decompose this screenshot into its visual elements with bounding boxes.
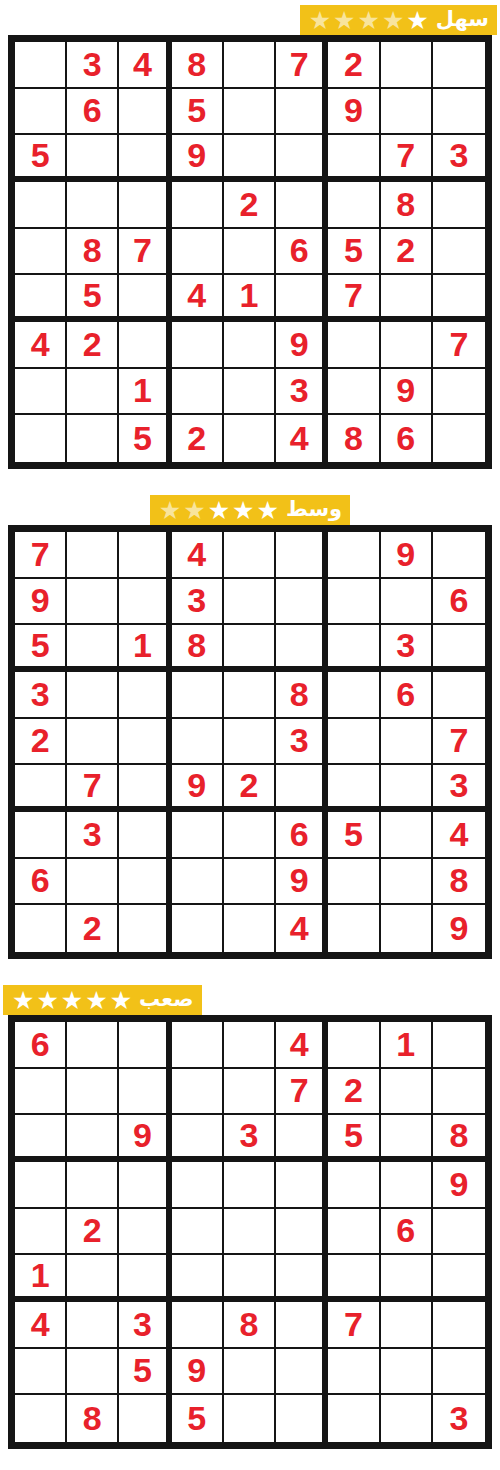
cell-r1c5 xyxy=(224,1022,276,1069)
cell-r2c5 xyxy=(224,1069,276,1116)
star-icon: ★ xyxy=(207,498,231,523)
cell-r7c4 xyxy=(172,1302,224,1349)
cell-r7c7: 5 xyxy=(328,812,380,859)
cell-r2c7: 9 xyxy=(328,89,380,136)
cell-r8c3: 1 xyxy=(119,369,171,416)
cell-r2c7 xyxy=(328,579,380,626)
cell-r4c7 xyxy=(328,1162,380,1209)
cell-r9c6: 4 xyxy=(276,905,328,952)
cell-r8c5 xyxy=(224,1349,276,1396)
cell-r3c8 xyxy=(381,1115,433,1162)
cell-r4c1: 3 xyxy=(15,672,67,719)
cell-r2c6 xyxy=(276,89,328,136)
cell-r9c7 xyxy=(328,905,380,952)
cell-r3c4 xyxy=(172,1115,224,1162)
cell-r6c6 xyxy=(276,1255,328,1302)
sudoku-board-hard: 6417293589261438759853 xyxy=(8,1015,492,1449)
cell-r9c3 xyxy=(119,1395,171,1442)
cell-r1c6 xyxy=(276,532,328,579)
cell-r7c4 xyxy=(172,322,224,369)
cell-r7c2: 2 xyxy=(67,322,119,369)
cell-r4c8: 6 xyxy=(381,672,433,719)
cell-r5c1 xyxy=(15,229,67,276)
cell-r1c4: 8 xyxy=(172,42,224,89)
cell-r5c6: 6 xyxy=(276,229,328,276)
cell-r3c8: 7 xyxy=(381,135,433,182)
star-icon: ★ xyxy=(356,8,380,33)
cell-r9c6: 4 xyxy=(276,415,328,462)
cell-r3c1 xyxy=(15,1115,67,1162)
cell-r3c7 xyxy=(328,135,380,182)
cell-r1c2: 3 xyxy=(67,42,119,89)
cell-r9c3: 5 xyxy=(119,415,171,462)
cell-r2c2 xyxy=(67,579,119,626)
cell-r9c8 xyxy=(381,1395,433,1442)
cell-r7c3 xyxy=(119,812,171,859)
cell-r5c6: 3 xyxy=(276,719,328,766)
cell-r3c9 xyxy=(433,625,485,672)
cell-r2c4 xyxy=(172,1069,224,1116)
cell-r5c7 xyxy=(328,719,380,766)
cell-r5c5 xyxy=(224,1209,276,1256)
cell-r1c4: 4 xyxy=(172,532,224,579)
cell-r5c5 xyxy=(224,719,276,766)
cell-r8c8 xyxy=(381,859,433,906)
cell-r9c7 xyxy=(328,1395,380,1442)
star-icon: ★ xyxy=(381,8,405,33)
cell-r8c8 xyxy=(381,1349,433,1396)
cell-r9c6 xyxy=(276,1395,328,1442)
cell-r9c5 xyxy=(224,415,276,462)
cell-r7c6: 6 xyxy=(276,812,328,859)
cell-r1c7: 2 xyxy=(328,42,380,89)
cell-r5c4 xyxy=(172,229,224,276)
cell-r7c5 xyxy=(224,812,276,859)
cell-r5c8 xyxy=(381,719,433,766)
cell-r7c7: 7 xyxy=(328,1302,380,1349)
cell-r1c6: 4 xyxy=(276,1022,328,1069)
cell-r4c3 xyxy=(119,182,171,229)
cell-r8c7 xyxy=(328,369,380,416)
cell-r5c3: 7 xyxy=(119,229,171,276)
cell-r7c1: 4 xyxy=(15,322,67,369)
cell-r1c7 xyxy=(328,1022,380,1069)
cell-r1c3: 4 xyxy=(119,42,171,89)
cell-r8c2 xyxy=(67,369,119,416)
cell-r8c9: 8 xyxy=(433,859,485,906)
cell-r6c2 xyxy=(67,1255,119,1302)
cell-r3c2 xyxy=(67,1115,119,1162)
cell-r5c2: 2 xyxy=(67,1209,119,1256)
cell-r1c2 xyxy=(67,1022,119,1069)
star-icon: ★ xyxy=(84,988,108,1013)
cell-r4c7 xyxy=(328,672,380,719)
cell-r8c2 xyxy=(67,859,119,906)
cell-r8c3: 5 xyxy=(119,1349,171,1396)
cell-r2c8 xyxy=(381,579,433,626)
cell-r2c9: 6 xyxy=(433,579,485,626)
cell-r2c3 xyxy=(119,579,171,626)
cell-r3c1: 5 xyxy=(15,625,67,672)
cell-r4c6 xyxy=(276,1162,328,1209)
cell-r2c6: 7 xyxy=(276,1069,328,1116)
cell-r4c2 xyxy=(67,182,119,229)
cell-r3c9: 8 xyxy=(433,1115,485,1162)
cell-r4c1 xyxy=(15,1162,67,1209)
cell-r7c1: 4 xyxy=(15,1302,67,1349)
cell-r8c5 xyxy=(224,369,276,416)
cell-r5c5 xyxy=(224,229,276,276)
difficulty-label: وسط xyxy=(286,499,342,522)
cell-r7c7 xyxy=(328,322,380,369)
cell-r9c9: 3 xyxy=(433,1395,485,1442)
cell-r8c1 xyxy=(15,369,67,416)
cell-r3c5 xyxy=(224,625,276,672)
difficulty-banner-medium: ★★★★★ وسط xyxy=(150,495,350,525)
cell-r8c6: 3 xyxy=(276,369,328,416)
cell-r7c8 xyxy=(381,812,433,859)
cell-r8c1: 6 xyxy=(15,859,67,906)
cell-r3c7 xyxy=(328,625,380,672)
difficulty-banner-easy: ★★★★★ سهل xyxy=(300,5,497,35)
cell-r4c4 xyxy=(172,1162,224,1209)
cell-r6c5: 2 xyxy=(224,765,276,812)
cell-r3c3 xyxy=(119,135,171,182)
cell-r6c6 xyxy=(276,275,328,322)
cell-r8c2 xyxy=(67,1349,119,1396)
sudoku-page: ★★★★★ سهل 348726595973288765254174297139… xyxy=(0,0,500,1449)
cell-r6c4: 4 xyxy=(172,275,224,322)
cell-r5c9: 7 xyxy=(433,719,485,766)
cell-r2c1: 9 xyxy=(15,579,67,626)
cell-r2c9 xyxy=(433,1069,485,1116)
cell-r2c7: 2 xyxy=(328,1069,380,1116)
cell-r7c6 xyxy=(276,1302,328,1349)
cell-r5c1 xyxy=(15,1209,67,1256)
cell-r2c4: 3 xyxy=(172,579,224,626)
cell-r4c8 xyxy=(381,1162,433,1209)
cell-r5c9 xyxy=(433,1209,485,1256)
cell-r5c4 xyxy=(172,1209,224,1256)
cell-r1c1: 6 xyxy=(15,1022,67,1069)
cell-r9c9: 9 xyxy=(433,905,485,952)
cell-r3c3: 1 xyxy=(119,625,171,672)
cell-r6c4 xyxy=(172,1255,224,1302)
cell-r8c9 xyxy=(433,1349,485,1396)
cell-r4c3 xyxy=(119,672,171,719)
cell-r6c5 xyxy=(224,1255,276,1302)
cell-r1c6: 7 xyxy=(276,42,328,89)
cell-r5c3 xyxy=(119,1209,171,1256)
cell-r1c8 xyxy=(381,42,433,89)
cell-r3c4: 9 xyxy=(172,135,224,182)
puzzle-medium: ★★★★★ وسط 749936518338623779233654698249 xyxy=(0,495,500,959)
cell-r1c9 xyxy=(433,1022,485,1069)
cell-r7c3 xyxy=(119,322,171,369)
cell-r6c3 xyxy=(119,1255,171,1302)
difficulty-stars: ★★★★★ xyxy=(308,8,430,33)
cell-r5c9 xyxy=(433,229,485,276)
cell-r1c3 xyxy=(119,532,171,579)
cell-r6c8 xyxy=(381,275,433,322)
cell-r3c5: 3 xyxy=(224,1115,276,1162)
puzzle-easy: ★★★★★ سهل 348726595973288765254174297139… xyxy=(0,5,500,469)
cell-r2c2: 6 xyxy=(67,89,119,136)
difficulty-banner-hard: ★★★★★ صعب xyxy=(3,985,202,1015)
cell-r9c5 xyxy=(224,905,276,952)
cell-r1c5 xyxy=(224,532,276,579)
cell-r5c2: 8 xyxy=(67,229,119,276)
cell-r7c8 xyxy=(381,1302,433,1349)
cell-r1c8: 1 xyxy=(381,1022,433,1069)
cell-r2c3 xyxy=(119,89,171,136)
cell-r4c6: 8 xyxy=(276,672,328,719)
cell-r4c9 xyxy=(433,182,485,229)
cell-r1c3 xyxy=(119,1022,171,1069)
cell-r4c2 xyxy=(67,1162,119,1209)
cell-r5c7: 5 xyxy=(328,229,380,276)
cell-r6c8 xyxy=(381,1255,433,1302)
cell-r6c1 xyxy=(15,765,67,812)
cell-r8c6: 9 xyxy=(276,859,328,906)
cell-r6c5: 1 xyxy=(224,275,276,322)
star-icon: ★ xyxy=(109,988,133,1013)
cell-r6c2: 5 xyxy=(67,275,119,322)
banner-row-easy: ★★★★★ سهل xyxy=(0,5,500,35)
cell-r3c5 xyxy=(224,135,276,182)
cell-r2c6 xyxy=(276,579,328,626)
cell-r6c2: 7 xyxy=(67,765,119,812)
cell-r5c1: 2 xyxy=(15,719,67,766)
cell-r2c1 xyxy=(15,89,67,136)
cell-r3c1: 5 xyxy=(15,135,67,182)
cell-r6c1 xyxy=(15,275,67,322)
cell-r9c2: 2 xyxy=(67,905,119,952)
cell-r2c1 xyxy=(15,1069,67,1116)
cell-r8c6 xyxy=(276,1349,328,1396)
cell-r8c3 xyxy=(119,859,171,906)
cell-r6c6 xyxy=(276,765,328,812)
cell-r7c2 xyxy=(67,1302,119,1349)
cell-r5c2 xyxy=(67,719,119,766)
cell-r5c8: 6 xyxy=(381,1209,433,1256)
cell-r9c8: 6 xyxy=(381,415,433,462)
cell-r4c3 xyxy=(119,1162,171,1209)
cell-r4c5 xyxy=(224,1162,276,1209)
star-icon: ★ xyxy=(60,988,84,1013)
cell-r7c1 xyxy=(15,812,67,859)
cell-r6c9: 3 xyxy=(433,765,485,812)
cell-r4c9: 9 xyxy=(433,1162,485,1209)
cell-r8c1 xyxy=(15,1349,67,1396)
cell-r1c1: 7 xyxy=(15,532,67,579)
cell-r7c9 xyxy=(433,1302,485,1349)
cell-r7c5: 8 xyxy=(224,1302,276,1349)
cell-r9c4: 5 xyxy=(172,1395,224,1442)
cell-r8c7 xyxy=(328,859,380,906)
star-icon: ★ xyxy=(158,498,182,523)
cell-r2c2 xyxy=(67,1069,119,1116)
cell-r7c9: 7 xyxy=(433,322,485,369)
cell-r4c8: 8 xyxy=(381,182,433,229)
star-icon: ★ xyxy=(308,8,332,33)
cell-r4c9 xyxy=(433,672,485,719)
cell-r6c7: 7 xyxy=(328,275,380,322)
cell-r9c1 xyxy=(15,1395,67,1442)
cell-r3c6 xyxy=(276,1115,328,1162)
banner-row-medium: ★★★★★ وسط xyxy=(0,495,500,525)
cell-r2c4: 5 xyxy=(172,89,224,136)
star-icon: ★ xyxy=(405,8,429,33)
cell-r1c5 xyxy=(224,42,276,89)
cell-r3c2 xyxy=(67,135,119,182)
star-icon: ★ xyxy=(256,498,280,523)
cell-r3c3: 9 xyxy=(119,1115,171,1162)
cell-r7c3: 3 xyxy=(119,1302,171,1349)
cell-r2c9 xyxy=(433,89,485,136)
cell-r3c2 xyxy=(67,625,119,672)
cell-r7c9: 4 xyxy=(433,812,485,859)
cell-r7c2: 3 xyxy=(67,812,119,859)
banner-row-hard: ★★★★★ صعب xyxy=(0,985,500,1015)
cell-r1c9 xyxy=(433,42,485,89)
cell-r1c4 xyxy=(172,1022,224,1069)
cell-r2c5 xyxy=(224,89,276,136)
cell-r5c7 xyxy=(328,1209,380,1256)
difficulty-stars: ★★★★★ xyxy=(11,988,133,1013)
cell-r6c4: 9 xyxy=(172,765,224,812)
cell-r9c1 xyxy=(15,415,67,462)
cell-r2c8 xyxy=(381,1069,433,1116)
difficulty-stars: ★★★★★ xyxy=(158,498,280,523)
cell-r3c6 xyxy=(276,135,328,182)
cell-r8c7 xyxy=(328,1349,380,1396)
cell-r5c3 xyxy=(119,719,171,766)
difficulty-label: سهل xyxy=(436,9,489,32)
cell-r9c4 xyxy=(172,905,224,952)
cell-r4c1 xyxy=(15,182,67,229)
cell-r5c8: 2 xyxy=(381,229,433,276)
cell-r4c4 xyxy=(172,672,224,719)
cell-r1c2 xyxy=(67,532,119,579)
cell-r8c9 xyxy=(433,369,485,416)
cell-r6c7 xyxy=(328,1255,380,1302)
star-icon: ★ xyxy=(332,8,356,33)
cell-r1c9 xyxy=(433,532,485,579)
cell-r2c5 xyxy=(224,579,276,626)
sudoku-board-medium: 749936518338623779233654698249 xyxy=(8,525,492,959)
cell-r8c4 xyxy=(172,369,224,416)
cell-r6c3 xyxy=(119,765,171,812)
cell-r7c6: 9 xyxy=(276,322,328,369)
cell-r1c1 xyxy=(15,42,67,89)
difficulty-label: صعب xyxy=(139,989,193,1012)
cell-r5c4 xyxy=(172,719,224,766)
cell-r7c4 xyxy=(172,812,224,859)
cell-r1c7 xyxy=(328,532,380,579)
star-icon: ★ xyxy=(182,498,206,523)
cell-r4c4 xyxy=(172,182,224,229)
cell-r2c8 xyxy=(381,89,433,136)
cell-r9c2 xyxy=(67,415,119,462)
sudoku-board-easy: 34872659597328876525417429713952486 xyxy=(8,35,492,469)
puzzle-hard: ★★★★★ صعب 6417293589261438759853 xyxy=(0,985,500,1449)
cell-r6c3 xyxy=(119,275,171,322)
cell-r3c9: 3 xyxy=(433,135,485,182)
cell-r8c5 xyxy=(224,859,276,906)
cell-r1c8: 9 xyxy=(381,532,433,579)
cell-r8c4 xyxy=(172,859,224,906)
cell-r4c6 xyxy=(276,182,328,229)
cell-r4c2 xyxy=(67,672,119,719)
cell-r5c6 xyxy=(276,1209,328,1256)
cell-r9c8 xyxy=(381,905,433,952)
cell-r3c7: 5 xyxy=(328,1115,380,1162)
cell-r3c8: 3 xyxy=(381,625,433,672)
cell-r7c8 xyxy=(381,322,433,369)
cell-r6c1: 1 xyxy=(15,1255,67,1302)
cell-r4c5: 2 xyxy=(224,182,276,229)
cell-r9c3 xyxy=(119,905,171,952)
cell-r4c7 xyxy=(328,182,380,229)
cell-r9c2: 8 xyxy=(67,1395,119,1442)
cell-r9c7: 8 xyxy=(328,415,380,462)
star-icon: ★ xyxy=(35,988,59,1013)
cell-r8c8: 9 xyxy=(381,369,433,416)
cell-r2c3 xyxy=(119,1069,171,1116)
cell-r6c7 xyxy=(328,765,380,812)
cell-r3c6 xyxy=(276,625,328,672)
cell-r9c5 xyxy=(224,1395,276,1442)
cell-r9c4: 2 xyxy=(172,415,224,462)
cell-r4c5 xyxy=(224,672,276,719)
cell-r9c1 xyxy=(15,905,67,952)
star-icon: ★ xyxy=(11,988,35,1013)
cell-r6c9 xyxy=(433,1255,485,1302)
star-icon: ★ xyxy=(231,498,255,523)
cell-r8c4: 9 xyxy=(172,1349,224,1396)
cell-r9c9 xyxy=(433,415,485,462)
cell-r7c5 xyxy=(224,322,276,369)
cell-r6c8 xyxy=(381,765,433,812)
cell-r6c9 xyxy=(433,275,485,322)
cell-r3c4: 8 xyxy=(172,625,224,672)
